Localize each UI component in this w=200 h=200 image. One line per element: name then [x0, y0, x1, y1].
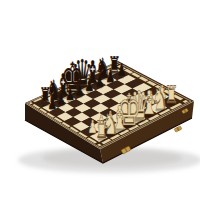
- piece-black-pawn-a7: ♟: [117, 60, 127, 80]
- piece-black-pawn-h7: ♟: [48, 92, 58, 112]
- product-photo-page: ♜♟♞♟♝♟♛♟♚♟♝♟♞♟♜♟♜♟♟♞♟♟♝♟♛♟♚♟♝♟♞♜: [0, 0, 200, 200]
- svg-text:♟: ♟: [48, 92, 58, 112]
- svg-text:♟: ♟: [75, 79, 85, 99]
- svg-text:♟: ♟: [56, 88, 66, 108]
- piece-black-pawn-e7: ♟: [75, 79, 85, 99]
- svg-text:♟: ♟: [65, 83, 75, 103]
- piece-black-pawn-d7: ♟: [85, 74, 95, 94]
- svg-text:♜: ♜: [95, 117, 108, 145]
- chess-set-photo: ♜♟♞♟♝♟♛♟♚♟♝♟♞♟♜♟♜♟♟♞♟♟♝♟♛♟♚♟♝♟♞♜: [0, 0, 200, 200]
- piece-black-pawn-f7: ♟: [65, 83, 75, 103]
- piece-black-pawn-c7: ♟: [95, 70, 105, 90]
- piece-white-rook-h1: ♜: [95, 117, 108, 145]
- svg-text:♟: ♟: [117, 60, 127, 80]
- svg-text:♟: ♟: [85, 74, 95, 94]
- piece-black-pawn-g7: ♟: [56, 88, 66, 108]
- piece-black-pawn-b7: ♟: [105, 65, 115, 85]
- svg-text:♟: ♟: [95, 70, 105, 90]
- svg-text:♟: ♟: [105, 65, 115, 85]
